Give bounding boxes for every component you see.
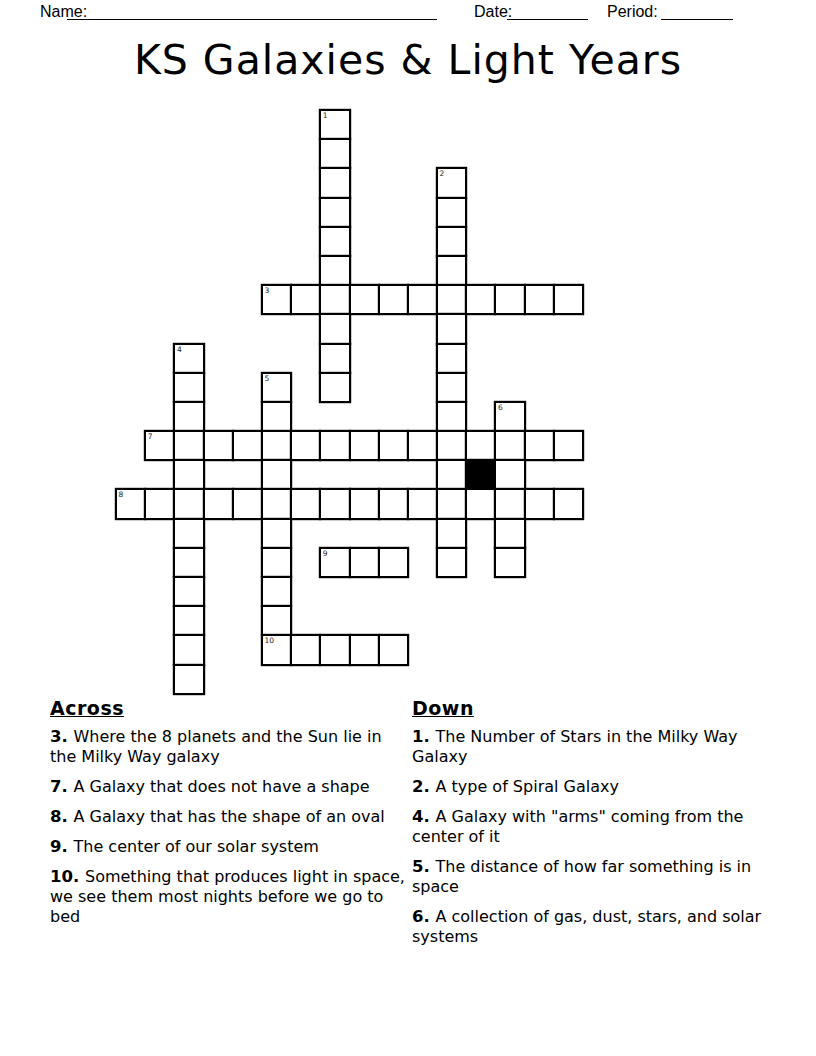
crossword-grid: 12345678910 — [116, 110, 583, 694]
clue-number: 7. — [50, 777, 74, 796]
cell-r13-c14[interactable] — [525, 489, 554, 518]
cell-r13-c8[interactable] — [350, 489, 379, 518]
cell-number-2: 2 — [440, 169, 445, 178]
clue-number: 2. — [412, 777, 436, 796]
across-clue-3: 3. Where the 8 planets and the Sun lie i… — [50, 727, 406, 767]
cell-r6-c5[interactable]: 3 — [262, 285, 291, 314]
cell-r13-c2[interactable] — [174, 489, 203, 518]
across-clue-list: 3. Where the 8 planets and the Sun lie i… — [50, 727, 406, 927]
cell-r15-c7[interactable]: 9 — [320, 548, 349, 577]
cell-number-10: 10 — [264, 636, 274, 645]
cell-r15-c11[interactable] — [437, 548, 466, 577]
cell-r16-c5[interactable] — [262, 577, 291, 606]
cell-r11-c11[interactable] — [437, 431, 466, 460]
cell-r8-c7[interactable] — [320, 344, 349, 373]
across-clues-section: Across 3. Where the 8 planets and the Su… — [50, 697, 406, 937]
cell-number-7: 7 — [148, 432, 153, 441]
cell-r0-c7[interactable]: 1 — [320, 110, 349, 139]
cell-r15-c9[interactable] — [379, 548, 408, 577]
cell-r4-c7[interactable] — [320, 227, 349, 256]
cell-r11-c15[interactable] — [554, 431, 583, 460]
cell-r13-c7[interactable] — [320, 489, 349, 518]
cell-r15-c13[interactable] — [495, 548, 524, 577]
cell-r18-c9[interactable] — [379, 635, 408, 664]
cell-r13-c13[interactable] — [495, 489, 524, 518]
cell-r6-c9[interactable] — [379, 285, 408, 314]
clue-text: A Galaxy that has the shape of an oval — [74, 807, 385, 826]
cell-r8-c2[interactable]: 4 — [174, 344, 203, 373]
cell-r14-c13[interactable] — [495, 519, 524, 548]
cell-r13-c12[interactable] — [466, 489, 495, 518]
cell-r13-c6[interactable] — [291, 489, 320, 518]
clue-number: 4. — [412, 807, 436, 826]
cell-r18-c5[interactable]: 10 — [262, 635, 291, 664]
cell-number-5: 5 — [264, 374, 269, 383]
cell-r11-c3[interactable] — [204, 431, 233, 460]
clue-text: Something that produces light in space, … — [50, 867, 405, 926]
cell-r13-c5[interactable] — [262, 489, 291, 518]
down-heading: Down — [412, 697, 768, 719]
cell-r1-c7[interactable] — [320, 139, 349, 168]
cell-number-6: 6 — [498, 403, 503, 412]
across-clue-10: 10. Something that produces light in spa… — [50, 867, 406, 927]
down-clue-6: 6. A collection of gas, dust, stars, and… — [412, 907, 768, 947]
cell-r8-c11[interactable] — [437, 344, 466, 373]
cell-r15-c8[interactable] — [350, 548, 379, 577]
clue-text: A type of Spiral Galaxy — [436, 777, 619, 796]
cell-r7-c11[interactable] — [437, 314, 466, 343]
cell-r11-c14[interactable] — [525, 431, 554, 460]
cell-r9-c2[interactable] — [174, 373, 203, 402]
down-clue-5: 5. The distance of how far something is … — [412, 857, 768, 897]
cell-r14-c2[interactable] — [174, 519, 203, 548]
cell-r17-c2[interactable] — [174, 606, 203, 635]
period-label: Period: — [607, 3, 658, 21]
cell-number-1: 1 — [323, 111, 328, 120]
cell-r11-c4[interactable] — [233, 431, 262, 460]
clue-number: 10. — [50, 867, 85, 886]
cell-r18-c2[interactable] — [174, 635, 203, 664]
cell-number-9: 9 — [323, 549, 328, 558]
cell-r13-c11[interactable] — [437, 489, 466, 518]
name-blank-line[interactable] — [67, 2, 437, 20]
date-blank-line[interactable] — [507, 2, 588, 20]
cell-r13-c0[interactable]: 8 — [116, 489, 145, 518]
cell-number-8: 8 — [119, 490, 124, 499]
cell-r5-c11[interactable] — [437, 256, 466, 285]
cell-r6-c7[interactable] — [320, 285, 349, 314]
cell-r10-c11[interactable] — [437, 402, 466, 431]
down-clue-4: 4. A Galaxy with "arms" coming from the … — [412, 807, 768, 847]
across-heading: Across — [50, 697, 406, 719]
across-clue-8: 8. A Galaxy that has the shape of an ova… — [50, 807, 406, 827]
cell-r15-c2[interactable] — [174, 548, 203, 577]
cell-r4-c11[interactable] — [437, 227, 466, 256]
cell-r11-c8[interactable] — [350, 431, 379, 460]
cell-r6-c14[interactable] — [525, 285, 554, 314]
cell-r19-c2[interactable] — [174, 665, 203, 694]
cell-r18-c7[interactable] — [320, 635, 349, 664]
cell-r15-c5[interactable] — [262, 548, 291, 577]
cell-r11-c13[interactable] — [495, 431, 524, 460]
cell-r13-c1[interactable] — [145, 489, 174, 518]
cell-r6-c15[interactable] — [554, 285, 583, 314]
down-clue-1: 1. The Number of Stars in the Milky Way … — [412, 727, 768, 767]
cell-r6-c10[interactable] — [408, 285, 437, 314]
cell-r18-c6[interactable] — [291, 635, 320, 664]
cell-r13-c9[interactable] — [379, 489, 408, 518]
cell-r13-c4[interactable] — [233, 489, 262, 518]
cell-r10-c2[interactable] — [174, 402, 203, 431]
cell-r12-c2[interactable] — [174, 460, 203, 489]
down-clues-section: Down 1. The Number of Stars in the Milky… — [412, 697, 768, 957]
cell-r10-c13[interactable]: 6 — [495, 402, 524, 431]
clue-text: The center of our solar system — [74, 837, 319, 856]
cell-r16-c2[interactable] — [174, 577, 203, 606]
clue-number: 5. — [412, 857, 436, 876]
cell-r17-c5[interactable] — [262, 606, 291, 635]
cell-r11-c1[interactable]: 7 — [145, 431, 174, 460]
cell-r13-c10[interactable] — [408, 489, 437, 518]
cell-r9-c7[interactable] — [320, 373, 349, 402]
down-clue-2: 2. A type of Spiral Galaxy — [412, 777, 768, 797]
cell-r13-c3[interactable] — [204, 489, 233, 518]
clue-number: 3. — [50, 727, 74, 746]
clue-text: The distance of how far something is in … — [412, 857, 751, 896]
clue-number: 8. — [50, 807, 74, 826]
cell-r12-c11[interactable] — [437, 460, 466, 489]
across-clue-9: 9. The center of our solar system — [50, 837, 406, 857]
period-blank-line[interactable] — [661, 2, 733, 20]
cell-r14-c5[interactable] — [262, 519, 291, 548]
clue-text: Where the 8 planets and the Sun lie in t… — [50, 727, 382, 766]
cell-r11-c9[interactable] — [379, 431, 408, 460]
cell-r14-c11[interactable] — [437, 519, 466, 548]
cell-r11-c5[interactable] — [262, 431, 291, 460]
cell-r6-c13[interactable] — [495, 285, 524, 314]
cell-r11-c10[interactable] — [408, 431, 437, 460]
puzzle-title: KS Galaxies & Light Years — [0, 36, 816, 84]
cell-r12-c5[interactable] — [262, 460, 291, 489]
cell-r11-c12[interactable] — [466, 431, 495, 460]
cell-r3-c11[interactable] — [437, 198, 466, 227]
cell-r7-c7[interactable] — [320, 314, 349, 343]
cell-number-3: 3 — [264, 286, 269, 295]
cell-number-4: 4 — [177, 345, 182, 354]
clue-number: 1. — [412, 727, 436, 746]
down-clue-list: 1. The Number of Stars in the Milky Way … — [412, 727, 768, 947]
cell-r6-c6[interactable] — [291, 285, 320, 314]
cell-r10-c5[interactable] — [262, 402, 291, 431]
cell-r11-c7[interactable] — [320, 431, 349, 460]
clue-number: 9. — [50, 837, 74, 856]
cell-r2-c7[interactable] — [320, 168, 349, 197]
cell-r5-c7[interactable] — [320, 256, 349, 285]
clue-text: A Galaxy with "arms" coming from the cen… — [412, 807, 743, 846]
cell-r6-c11[interactable] — [437, 285, 466, 314]
cell-r12-c13[interactable] — [495, 460, 524, 489]
across-clue-7: 7. A Galaxy that does not have a shape — [50, 777, 406, 797]
cell-r18-c8[interactable] — [350, 635, 379, 664]
cell-r9-c5[interactable]: 5 — [262, 373, 291, 402]
clue-text: The Number of Stars in the Milky Way Gal… — [412, 727, 737, 766]
clue-text: A Galaxy that does not have a shape — [74, 777, 370, 796]
cell-r6-c8[interactable] — [350, 285, 379, 314]
cell-r11-c2[interactable] — [174, 431, 203, 460]
cell-r2-c11[interactable]: 2 — [437, 168, 466, 197]
cell-r9-c11[interactable] — [437, 373, 466, 402]
clue-number: 6. — [412, 907, 436, 926]
cell-r3-c7[interactable] — [320, 198, 349, 227]
clue-text: A collection of gas, dust, stars, and so… — [412, 907, 761, 946]
cell-r11-c6[interactable] — [291, 431, 320, 460]
block-cell-r12-c12 — [466, 460, 495, 489]
cell-r13-c15[interactable] — [554, 489, 583, 518]
cell-r6-c12[interactable] — [466, 285, 495, 314]
